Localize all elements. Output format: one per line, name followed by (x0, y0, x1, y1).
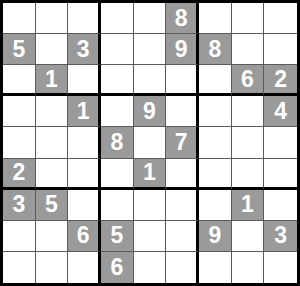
cell-r1c5[interactable] (134, 3, 167, 34)
cell-r1c3[interactable] (68, 3, 101, 34)
cell-r5c5[interactable] (134, 127, 167, 158)
cell-r4c8[interactable] (232, 96, 265, 127)
given-digit: 1 (143, 161, 156, 184)
cell-r7c1: 3 (3, 190, 36, 221)
cell-r4c7[interactable] (199, 96, 232, 127)
cell-r6c2[interactable] (36, 159, 69, 190)
cell-r3c2: 1 (36, 65, 69, 96)
given-digit: 1 (45, 68, 58, 91)
cell-r3c7[interactable] (199, 65, 232, 96)
cell-r3c3[interactable] (68, 65, 101, 96)
given-digit: 2 (274, 68, 287, 91)
cell-r3c9: 2 (264, 65, 297, 96)
cell-r3c6[interactable] (166, 65, 199, 96)
cell-r3c4[interactable] (101, 65, 134, 96)
cell-r7c7[interactable] (199, 190, 232, 221)
cell-r9c2[interactable] (36, 252, 69, 283)
cell-r8c9: 3 (264, 221, 297, 252)
cell-r5c1[interactable] (3, 127, 36, 158)
cell-r5c3[interactable] (68, 127, 101, 158)
cell-r1c4[interactable] (101, 3, 134, 34)
cell-r5c7[interactable] (199, 127, 232, 158)
cell-r4c2[interactable] (36, 96, 69, 127)
cell-r6c6[interactable] (166, 159, 199, 190)
cell-r6c5: 1 (134, 159, 167, 190)
given-digit: 5 (45, 193, 58, 216)
given-digit: 2 (12, 161, 25, 184)
cell-r2c3: 3 (68, 34, 101, 65)
given-digit: 9 (208, 224, 221, 247)
cell-r1c9[interactable] (264, 3, 297, 34)
given-digit: 3 (12, 193, 25, 216)
given-digit: 6 (77, 224, 90, 247)
cell-r2c2[interactable] (36, 34, 69, 65)
cell-r2c9[interactable] (264, 34, 297, 65)
given-digit: 7 (175, 131, 188, 154)
cell-r7c2: 5 (36, 190, 69, 221)
cell-r6c3[interactable] (68, 159, 101, 190)
cell-r1c6: 8 (166, 3, 199, 34)
cell-r4c5: 9 (134, 96, 167, 127)
given-digit: 4 (274, 100, 287, 123)
cell-r3c5[interactable] (134, 65, 167, 96)
cell-r5c9[interactable] (264, 127, 297, 158)
cell-r4c6[interactable] (166, 96, 199, 127)
cell-r9c9[interactable] (264, 252, 297, 283)
cell-r1c2[interactable] (36, 3, 69, 34)
sudoku-board: 85398162194872135165936 (0, 0, 300, 286)
cell-r8c6[interactable] (166, 221, 199, 252)
cell-r1c7[interactable] (199, 3, 232, 34)
cell-r5c6: 7 (166, 127, 199, 158)
cell-r7c9[interactable] (264, 190, 297, 221)
cell-r6c9[interactable] (264, 159, 297, 190)
given-digit: 5 (110, 224, 123, 247)
cell-r7c3[interactable] (68, 190, 101, 221)
cell-r2c4[interactable] (101, 34, 134, 65)
given-digit: 9 (143, 100, 156, 123)
given-digit: 3 (274, 224, 287, 247)
cell-r9c6[interactable] (166, 252, 199, 283)
cell-r5c4: 8 (101, 127, 134, 158)
cell-r2c5[interactable] (134, 34, 167, 65)
given-digit: 5 (12, 38, 25, 61)
cell-r9c5[interactable] (134, 252, 167, 283)
cell-r2c1: 5 (3, 34, 36, 65)
cell-r4c1[interactable] (3, 96, 36, 127)
cell-r7c4[interactable] (101, 190, 134, 221)
given-digit: 8 (175, 7, 188, 30)
cell-r8c5[interactable] (134, 221, 167, 252)
given-digit: 8 (208, 38, 221, 61)
cell-r2c7: 8 (199, 34, 232, 65)
cell-r8c3: 6 (68, 221, 101, 252)
cell-r8c4: 5 (101, 221, 134, 252)
cell-r2c8[interactable] (232, 34, 265, 65)
cell-r8c7: 9 (199, 221, 232, 252)
given-digit: 8 (110, 131, 123, 154)
cell-r8c1[interactable] (3, 221, 36, 252)
cell-r7c8: 1 (232, 190, 265, 221)
cell-r9c8[interactable] (232, 252, 265, 283)
given-digit: 9 (175, 38, 188, 61)
given-digit: 3 (77, 38, 90, 61)
cell-r4c4[interactable] (101, 96, 134, 127)
cell-r8c2[interactable] (36, 221, 69, 252)
cell-r5c8[interactable] (232, 127, 265, 158)
cell-r1c1[interactable] (3, 3, 36, 34)
cell-r9c1[interactable] (3, 252, 36, 283)
cell-r9c4: 6 (101, 252, 134, 283)
cell-r6c4[interactable] (101, 159, 134, 190)
given-digit: 6 (110, 256, 123, 279)
cell-r7c6[interactable] (166, 190, 199, 221)
cell-r6c1: 2 (3, 159, 36, 190)
cell-r3c8: 6 (232, 65, 265, 96)
cell-r4c3: 1 (68, 96, 101, 127)
given-digit: 6 (241, 68, 254, 91)
cell-r1c8[interactable] (232, 3, 265, 34)
cell-r6c8[interactable] (232, 159, 265, 190)
given-digit: 1 (241, 193, 254, 216)
cell-r6c7[interactable] (199, 159, 232, 190)
cell-r5c2[interactable] (36, 127, 69, 158)
cell-r9c3[interactable] (68, 252, 101, 283)
cell-r7c5[interactable] (134, 190, 167, 221)
cell-r2c6: 9 (166, 34, 199, 65)
cell-r4c9: 4 (264, 96, 297, 127)
given-digit: 1 (77, 100, 90, 123)
cell-r3c1[interactable] (3, 65, 36, 96)
cell-r9c7[interactable] (199, 252, 232, 283)
cell-r8c8[interactable] (232, 221, 265, 252)
